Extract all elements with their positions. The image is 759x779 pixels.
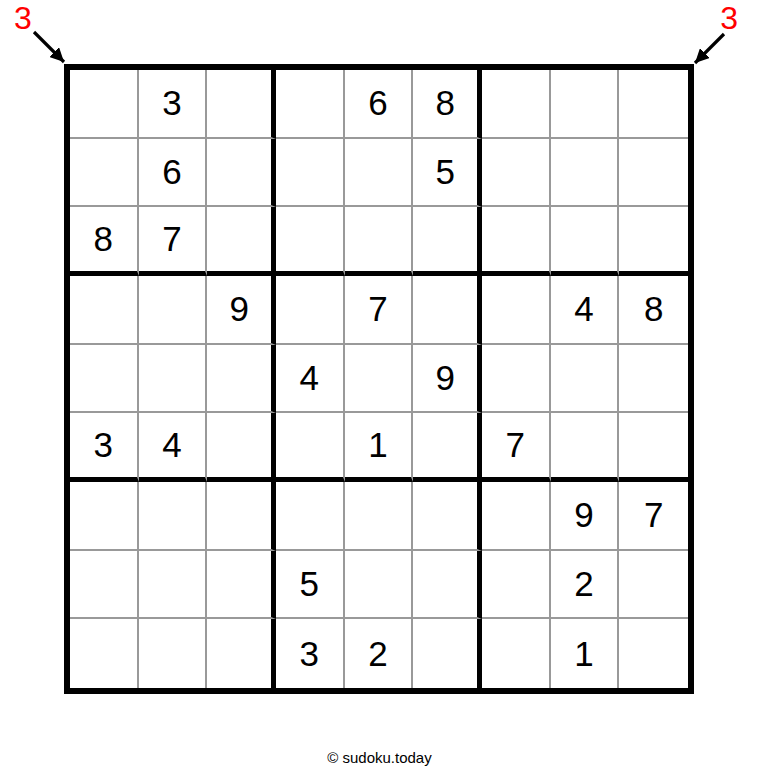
cell-r3c6[interactable]	[413, 207, 482, 276]
cell-r5c5[interactable]	[345, 345, 414, 414]
cell-r5c7[interactable]	[482, 345, 551, 414]
cell-r4c5[interactable]: 7	[345, 276, 414, 345]
cell-r8c2[interactable]	[139, 551, 208, 620]
cell-r8c1[interactable]	[70, 551, 139, 620]
cell-r2c7[interactable]	[482, 139, 551, 208]
cell-r4c2[interactable]	[139, 276, 208, 345]
cell-r3c4[interactable]	[276, 207, 345, 276]
cell-r2c8[interactable]	[551, 139, 620, 208]
cell-r4c1[interactable]	[70, 276, 139, 345]
cell-r5c1[interactable]	[70, 345, 139, 414]
arrow-top-right-icon	[695, 34, 724, 63]
cell-r2c6[interactable]: 5	[413, 139, 482, 208]
cell-r3c8[interactable]	[551, 207, 620, 276]
cell-r5c8[interactable]	[551, 345, 620, 414]
cell-r7c9[interactable]: 7	[619, 482, 688, 551]
cell-r9c3[interactable]	[207, 619, 276, 688]
cell-r1c9[interactable]	[619, 70, 688, 139]
cell-r6c5[interactable]: 1	[345, 413, 414, 482]
cell-r5c4[interactable]: 4	[276, 345, 345, 414]
cell-r3c7[interactable]	[482, 207, 551, 276]
cell-r1c2[interactable]: 3	[139, 70, 208, 139]
cell-r4c6[interactable]	[413, 276, 482, 345]
cell-r9c4[interactable]: 3	[276, 619, 345, 688]
cell-r3c3[interactable]	[207, 207, 276, 276]
cell-r4c8[interactable]: 4	[551, 276, 620, 345]
cell-r2c3[interactable]	[207, 139, 276, 208]
copyright-text: © sudoku.today	[0, 749, 759, 766]
cell-r2c9[interactable]	[619, 139, 688, 208]
cell-r4c9[interactable]: 8	[619, 276, 688, 345]
cell-r6c3[interactable]	[207, 413, 276, 482]
cell-r6c1[interactable]: 3	[70, 413, 139, 482]
cell-r3c5[interactable]	[345, 207, 414, 276]
cell-r1c3[interactable]	[207, 70, 276, 139]
cell-r9c7[interactable]	[482, 619, 551, 688]
cell-r3c1[interactable]: 8	[70, 207, 139, 276]
cell-r8c5[interactable]	[345, 551, 414, 620]
cell-r1c6[interactable]: 8	[413, 70, 482, 139]
cell-r7c7[interactable]	[482, 482, 551, 551]
cell-r8c8[interactable]: 2	[551, 551, 620, 620]
cell-r9c1[interactable]	[70, 619, 139, 688]
arrow-top-left-icon	[34, 32, 64, 62]
cell-r1c1[interactable]	[70, 70, 139, 139]
cell-r6c6[interactable]	[413, 413, 482, 482]
cell-r3c2[interactable]: 7	[139, 207, 208, 276]
cell-r5c6[interactable]: 9	[413, 345, 482, 414]
sudoku-page: 3 3 368658797484934179752321 © sudoku.to…	[0, 0, 759, 779]
cell-r7c2[interactable]	[139, 482, 208, 551]
cell-r7c8[interactable]: 9	[551, 482, 620, 551]
cell-r1c7[interactable]	[482, 70, 551, 139]
cell-r6c4[interactable]	[276, 413, 345, 482]
cell-r5c9[interactable]	[619, 345, 688, 414]
cell-r7c4[interactable]	[276, 482, 345, 551]
cell-r7c1[interactable]	[70, 482, 139, 551]
cell-r6c7[interactable]: 7	[482, 413, 551, 482]
cell-r7c3[interactable]	[207, 482, 276, 551]
cell-r6c8[interactable]	[551, 413, 620, 482]
sudoku-board: 368658797484934179752321	[64, 64, 694, 694]
cell-r2c1[interactable]	[70, 139, 139, 208]
cell-r8c6[interactable]	[413, 551, 482, 620]
cell-r8c4[interactable]: 5	[276, 551, 345, 620]
cell-r4c7[interactable]	[482, 276, 551, 345]
cell-r9c2[interactable]	[139, 619, 208, 688]
cell-r8c7[interactable]	[482, 551, 551, 620]
cell-r9c9[interactable]	[619, 619, 688, 688]
cell-r7c6[interactable]	[413, 482, 482, 551]
cell-r2c5[interactable]	[345, 139, 414, 208]
cell-r9c6[interactable]	[413, 619, 482, 688]
cell-r9c8[interactable]: 1	[551, 619, 620, 688]
cell-r5c2[interactable]	[139, 345, 208, 414]
cell-r1c5[interactable]: 6	[345, 70, 414, 139]
cell-r4c3[interactable]: 9	[207, 276, 276, 345]
corner-clue-top-right: 3	[720, 2, 738, 34]
cell-r4c4[interactable]	[276, 276, 345, 345]
cell-r3c9[interactable]	[619, 207, 688, 276]
cell-r7c5[interactable]	[345, 482, 414, 551]
cell-r1c8[interactable]	[551, 70, 620, 139]
cell-r2c4[interactable]	[276, 139, 345, 208]
cell-r9c5[interactable]: 2	[345, 619, 414, 688]
corner-clue-top-left: 3	[14, 2, 32, 34]
cell-r8c3[interactable]	[207, 551, 276, 620]
cell-r5c3[interactable]	[207, 345, 276, 414]
cell-r6c2[interactable]: 4	[139, 413, 208, 482]
cell-r1c4[interactable]	[276, 70, 345, 139]
cell-r2c2[interactable]: 6	[139, 139, 208, 208]
cell-r8c9[interactable]	[619, 551, 688, 620]
cell-r6c9[interactable]	[619, 413, 688, 482]
